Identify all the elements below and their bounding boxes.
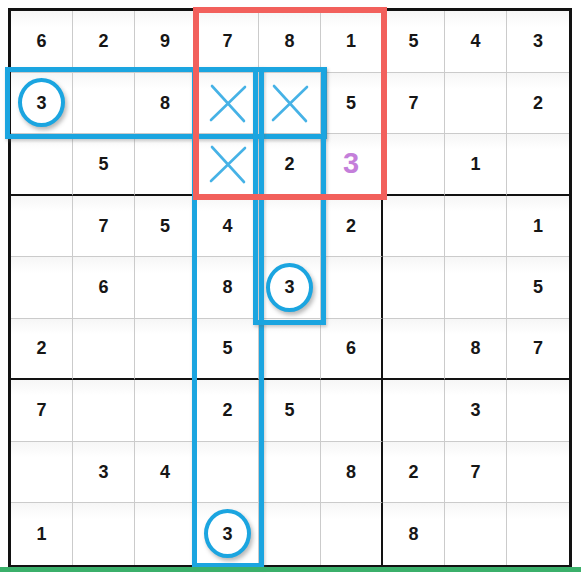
cell-digit: 7	[222, 32, 232, 50]
cell-r6c1[interactable]: 2	[11, 319, 73, 381]
cell-digit: 3	[284, 278, 294, 296]
cell-digit: 4	[470, 32, 480, 50]
cell-digit: 6	[346, 339, 356, 357]
cell-digit: 7	[98, 217, 108, 235]
cell-r9c6[interactable]	[321, 503, 383, 565]
cell-digit: 4	[160, 463, 170, 481]
x-mark-icon	[267, 80, 313, 126]
cell-r7c5[interactable]: 5	[259, 380, 321, 442]
cell-r5c2[interactable]: 6	[73, 257, 135, 319]
cell-r5c3[interactable]	[135, 257, 197, 319]
cell-r4c5[interactable]	[259, 196, 321, 258]
cell-digit: 3	[36, 94, 46, 112]
cell-r2c8[interactable]	[445, 73, 507, 135]
cell-r8c5[interactable]	[259, 442, 321, 504]
cell-r8c9[interactable]	[507, 442, 569, 504]
cell-r9c7[interactable]: 8	[383, 503, 445, 565]
cell-digit: 8	[160, 94, 170, 112]
cell-digit: 7	[533, 339, 543, 357]
cell-r6c3[interactable]	[135, 319, 197, 381]
cell-digit: 9	[160, 32, 170, 50]
cell-r7c7[interactable]	[383, 380, 445, 442]
cell-digit: 2	[346, 217, 356, 235]
cell-r5c5[interactable]: 3	[259, 257, 321, 319]
cell-r3c3[interactable]	[135, 134, 197, 196]
cell-digit: 2	[98, 32, 108, 50]
cell-r4c4[interactable]: 4	[197, 196, 259, 258]
cell-r9c9[interactable]	[507, 503, 569, 565]
cell-r9c4[interactable]: 3	[197, 503, 259, 565]
cell-r3c2[interactable]: 5	[73, 134, 135, 196]
solved-digit: 3	[343, 149, 359, 178]
bottom-green-line	[0, 567, 581, 572]
cell-r6c2[interactable]	[73, 319, 135, 381]
cell-digit: 7	[36, 401, 46, 419]
cell-digit: 6	[36, 32, 46, 50]
cell-r8c2[interactable]: 3	[73, 442, 135, 504]
cell-digit: 5	[408, 32, 418, 50]
cell-r6c8[interactable]: 8	[445, 319, 507, 381]
sudoku-board: 6297815433857252317542168352568772533482…	[8, 8, 572, 568]
cell-r2c4[interactable]	[197, 73, 259, 135]
cell-r4c9[interactable]: 1	[507, 196, 569, 258]
cell-r5c9[interactable]: 5	[507, 257, 569, 319]
cell-r9c8[interactable]	[445, 503, 507, 565]
cell-digit: 8	[346, 463, 356, 481]
cell-r1c9[interactable]: 3	[507, 11, 569, 73]
circle-annotation: 3	[18, 78, 65, 127]
cell-r5c7[interactable]	[383, 257, 445, 319]
cell-r2c1[interactable]: 3	[11, 73, 73, 135]
cell-digit: 4	[222, 217, 232, 235]
cell-r1c2[interactable]: 2	[73, 11, 135, 73]
cell-r2c7[interactable]: 7	[383, 73, 445, 135]
cell-r3c5[interactable]: 2	[259, 134, 321, 196]
cell-r6c4[interactable]: 5	[197, 319, 259, 381]
circle-annotation: 3	[266, 263, 313, 312]
cell-r5c1[interactable]	[11, 257, 73, 319]
cell-r1c1[interactable]: 6	[11, 11, 73, 73]
cell-r8c3[interactable]: 4	[135, 442, 197, 504]
cell-r3c9[interactable]	[507, 134, 569, 196]
cell-r4c3[interactable]: 5	[135, 196, 197, 258]
cell-r9c2[interactable]	[73, 503, 135, 565]
cell-digit: 3	[222, 525, 232, 543]
cell-r7c4[interactable]: 2	[197, 380, 259, 442]
cell-r1c7[interactable]: 5	[383, 11, 445, 73]
cell-r4c6[interactable]: 2	[321, 196, 383, 258]
cell-r1c6[interactable]: 1	[321, 11, 383, 73]
cell-digit: 1	[346, 32, 356, 50]
cell-digit: 1	[36, 525, 46, 543]
cell-digit: 5	[160, 217, 170, 235]
cell-digit: 2	[533, 94, 543, 112]
cell-r7c9[interactable]	[507, 380, 569, 442]
cell-digit: 3	[470, 401, 480, 419]
cell-r3c1[interactable]	[11, 134, 73, 196]
cell-r2c6[interactable]: 5	[321, 73, 383, 135]
cell-digit: 5	[346, 94, 356, 112]
circle-annotation: 3	[204, 509, 251, 558]
cell-digit: 2	[222, 401, 232, 419]
cell-digit: 1	[533, 217, 543, 235]
cell-digit: 5	[98, 155, 108, 173]
cell-r3c7[interactable]	[383, 134, 445, 196]
cell-r3c4[interactable]	[197, 134, 259, 196]
cell-r7c1[interactable]: 7	[11, 380, 73, 442]
cell-r8c7[interactable]: 2	[383, 442, 445, 504]
cell-r1c4[interactable]: 7	[197, 11, 259, 73]
cell-r9c5[interactable]	[259, 503, 321, 565]
cell-digit: 2	[36, 339, 46, 357]
cell-r8c4[interactable]	[197, 442, 259, 504]
cell-r1c8[interactable]: 4	[445, 11, 507, 73]
cell-r4c1[interactable]	[11, 196, 73, 258]
cell-r8c6[interactable]: 8	[321, 442, 383, 504]
cell-digit: 8	[222, 278, 232, 296]
cell-r5c6[interactable]	[321, 257, 383, 319]
cell-r7c2[interactable]	[73, 380, 135, 442]
cell-r2c3[interactable]: 8	[135, 73, 197, 135]
cell-r5c8[interactable]	[445, 257, 507, 319]
cell-r7c6[interactable]	[321, 380, 383, 442]
cell-digit: 8	[408, 525, 418, 543]
cell-r4c2[interactable]: 7	[73, 196, 135, 258]
cell-digit: 1	[470, 155, 480, 173]
cell-r2c5[interactable]	[259, 73, 321, 135]
cell-r2c2[interactable]	[73, 73, 135, 135]
cell-digit: 5	[222, 339, 232, 357]
cell-r9c1[interactable]: 1	[11, 503, 73, 565]
x-mark-icon	[205, 141, 251, 187]
cell-r1c5[interactable]: 8	[259, 11, 321, 73]
cell-r8c1[interactable]	[11, 442, 73, 504]
cell-digit: 5	[284, 401, 294, 419]
cell-digit: 3	[98, 463, 108, 481]
cell-r3c8[interactable]: 1	[445, 134, 507, 196]
cell-digit: 8	[284, 32, 294, 50]
cell-digit: 5	[533, 278, 543, 296]
cell-r8c8[interactable]: 7	[445, 442, 507, 504]
cell-digit: 2	[408, 463, 418, 481]
cell-r9c3[interactable]	[135, 503, 197, 565]
cell-r6c7[interactable]	[383, 319, 445, 381]
cell-r7c8[interactable]: 3	[445, 380, 507, 442]
cell-r4c7[interactable]	[383, 196, 445, 258]
cell-r7c3[interactable]	[135, 380, 197, 442]
cell-digit: 7	[408, 94, 418, 112]
cell-r1c3[interactable]: 9	[135, 11, 197, 73]
cell-r6c6[interactable]: 6	[321, 319, 383, 381]
cell-digit: 6	[98, 278, 108, 296]
cell-r6c5[interactable]	[259, 319, 321, 381]
cell-digit: 8	[470, 339, 480, 357]
cell-digit: 2	[284, 155, 294, 173]
cell-r3c6[interactable]: 3	[321, 134, 383, 196]
cell-digit: 7	[470, 463, 480, 481]
x-mark-icon	[205, 80, 251, 126]
cell-digit: 3	[533, 32, 543, 50]
cell-r4c8[interactable]	[445, 196, 507, 258]
cell-r2c9[interactable]: 2	[507, 73, 569, 135]
cell-r5c4[interactable]: 8	[197, 257, 259, 319]
cell-r6c9[interactable]: 7	[507, 319, 569, 381]
